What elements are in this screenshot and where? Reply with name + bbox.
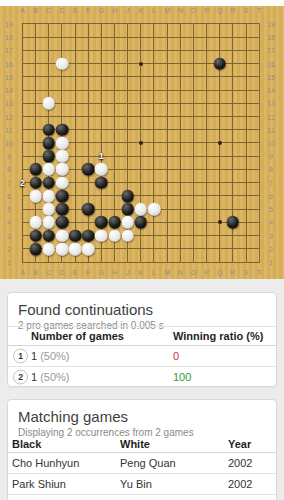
game-year: 2002 [228,478,252,490]
black-stone-D5 [56,203,69,216]
coord-letter-top: O [191,7,196,14]
game-white-player: Yu Bin [120,478,152,490]
white-stone-D10 [56,137,69,150]
board-gridline-vertical [180,23,181,261]
coord-letter-top: K [138,7,143,14]
continuation-badge: 1 [13,349,28,364]
found-continuations-title: Found continuations [8,293,276,318]
board-gridline-vertical [206,23,207,261]
coord-letter-top: G [99,7,104,14]
coord-number-left: 14 [5,87,13,94]
coord-number-left: 7 [7,179,11,186]
white-stone-L5 [148,203,161,216]
game-black-player: Cho Hunhyun [12,457,79,469]
continuation-games: 1 (50%) [31,371,70,383]
coord-letter-bottom: B [33,269,38,276]
coord-letter-bottom: O [191,269,196,276]
board-gridline-vertical [153,23,154,261]
col-winning-ratio: Winning ratio (%) [173,330,263,342]
coord-letter-bottom: E [73,269,78,276]
coord-number-right: 8 [269,166,273,173]
coord-letter-bottom: Q [217,269,222,276]
game-year: 2002 [228,457,252,469]
black-stone-C9 [42,150,55,163]
continuation-badge: 2 [13,370,28,385]
coord-letter-top: E [73,7,78,14]
white-stone-C13 [42,97,55,110]
coord-number-right: 12 [267,113,275,120]
coord-number-left: 12 [5,113,13,120]
white-stone-F2 [82,243,95,256]
star-point [218,220,222,224]
coord-letter-top: Q [217,7,222,14]
coord-number-right: 14 [267,87,275,94]
coord-number-left: 5 [7,206,11,213]
matching-games-panel: Matching games Displaying 2 occurrences … [7,399,277,500]
white-stone-E2 [69,243,82,256]
coord-number-right: 11 [267,126,274,133]
white-stone-J3 [121,229,134,242]
coord-number-right: 4 [269,219,273,226]
coord-letter-top: D [59,7,64,14]
coord-number-right: 18 [267,34,275,41]
continuations-header-row: Number of games Winning ratio (%) [8,326,276,346]
coord-number-right: 7 [269,179,273,186]
white-stone-B6 [29,190,42,203]
coord-number-left: 4 [7,219,11,226]
white-stone-J4 [121,216,134,229]
col-white: White [120,438,150,450]
continuation-ratio: 100 [173,371,191,383]
coord-letter-top: H [112,7,117,14]
coord-number-left: 15 [5,73,13,80]
coord-number-left: 10 [5,139,13,146]
board-gridline-vertical [246,23,247,261]
black-stone-F5 [82,203,95,216]
white-stone-C4 [42,216,55,229]
coord-letter-bottom: J [126,269,130,276]
board-gridline-vertical [193,23,194,261]
coord-number-left: 11 [5,126,12,133]
white-stone-C2 [42,243,55,256]
coord-letter-top: R [230,7,235,14]
black-stone-C11 [42,123,55,136]
black-stone-B2 [29,243,42,256]
coord-number-left: 2 [7,245,11,252]
coord-letter-bottom: L [152,269,156,276]
star-point [218,141,222,145]
black-stone-C7 [42,176,55,189]
continuation-row[interactable]: 21 (50%)100 [8,367,276,388]
coord-letter-bottom: F [86,269,90,276]
coord-number-right: 13 [267,100,275,107]
black-stone-R4 [227,216,240,229]
black-stone-J6 [121,190,134,203]
black-stone-C10 [42,137,55,150]
black-stone-K4 [135,216,148,229]
coord-letter-top: L [152,7,156,14]
coord-number-left: 8 [7,166,11,173]
black-stone-B7 [29,176,42,189]
coord-letter-top: P [204,7,209,14]
board-gridline-vertical [259,23,260,261]
coord-letter-bottom: G [99,269,104,276]
continuation-row[interactable]: 11 (50%)0 [8,346,276,367]
white-stone-B4 [29,216,42,229]
coord-letter-bottom: P [204,269,209,276]
coord-number-right: 10 [267,139,275,146]
white-stone-G3 [95,229,108,242]
star-point [139,62,143,66]
coord-number-right: 16 [267,60,275,67]
coord-letter-top: C [46,7,51,14]
white-stone-H3 [108,229,121,242]
coord-letter-bottom: T [257,269,261,276]
matching-header-row: Black White Year [8,435,276,453]
found-continuations-panel: Found continuations 2 pro games searched… [7,292,277,387]
white-stone-C5 [42,203,55,216]
coord-letter-bottom: D [59,269,64,276]
coord-letter-top: M [164,7,170,14]
coord-letter-bottom: S [244,269,249,276]
black-stone-E3 [69,229,82,242]
continuation-games-pct: (50%) [40,371,69,383]
white-stone-D7 [56,176,69,189]
col-number-of-games: Number of games [31,330,124,342]
black-stone-D6 [56,190,69,203]
coord-number-right: 9 [269,153,273,160]
black-stone-G4 [95,216,108,229]
coord-letter-bottom: C [46,269,51,276]
col-year: Year [228,438,251,450]
coord-letter-bottom: M [164,269,170,276]
coord-letter-bottom: R [230,269,235,276]
black-stone-G7 [95,176,108,189]
black-stone-F3 [82,229,95,242]
black-stone-C3 [42,229,55,242]
coord-number-left: 6 [7,192,11,199]
black-stone-H4 [108,216,121,229]
white-stone-D9 [56,150,69,163]
white-stone-C6 [42,190,55,203]
continuation-games: 1 (50%) [31,350,70,362]
coord-letter-top: T [257,7,261,14]
white-stone-C8 [42,163,55,176]
white-stone-K5 [135,203,148,216]
matching-game-row[interactable]: Park ShiunYu Bin2002 [8,474,276,495]
go-board[interactable]: AABBCCDDEEFFGGHHJJKKLLMMNNOOPPQQRRSSTT11… [0,6,284,279]
coord-letter-top: F [86,7,90,14]
coord-letter-bottom: H [112,269,117,276]
game-white-player: Peng Quan [120,457,176,469]
coord-number-right: 6 [269,192,273,199]
black-stone-Q16 [213,57,226,70]
coord-letter-top: A [20,7,25,14]
board-gridline-horizontal [22,262,260,263]
coord-letter-top: B [33,7,38,14]
coord-number-right: 15 [267,73,275,80]
coord-letter-bottom: A [20,269,25,276]
continuation-games-pct: (50%) [40,350,69,362]
coord-number-right: 5 [269,206,273,213]
white-stone-D2 [56,243,69,256]
black-stone-F8 [82,163,95,176]
white-stone-G8 [95,163,108,176]
coord-number-left: 13 [5,100,13,107]
black-stone-J5 [121,203,134,216]
matching-game-row[interactable]: Cho HunhyunPeng Quan2002 [8,453,276,474]
continuation-ratio: 0 [173,350,179,362]
game-black-player: Park Shiun [12,478,66,490]
coord-letter-top: N [178,7,183,14]
coord-letter-bottom: K [138,269,143,276]
board-gridline-vertical [167,23,168,261]
white-stone-D3 [56,229,69,242]
coord-letter-top: J [126,7,130,14]
coord-letter-bottom: N [178,269,183,276]
black-stone-D4 [56,216,69,229]
matching-games-title: Matching games [8,400,276,425]
continuation-label-2[interactable]: 2 [20,178,25,188]
white-stone-D16 [56,57,69,70]
star-point [139,141,143,145]
coord-letter-top: S [244,7,249,14]
coord-number-left: 17 [5,47,13,54]
coord-number-right: 1 [269,259,273,266]
coord-number-left: 19 [5,20,13,27]
white-stone-D8 [56,163,69,176]
coord-number-left: 1 [7,259,11,266]
black-stone-B8 [29,163,42,176]
continuation-label-1[interactable]: 1 [99,151,104,161]
coord-number-left: 9 [7,153,11,160]
coord-number-right: 19 [267,20,275,27]
coord-number-left: 16 [5,60,13,67]
coord-number-right: 17 [267,47,275,54]
black-stone-D11 [56,123,69,136]
col-black: Black [12,438,41,450]
black-stone-B3 [29,229,42,242]
coord-number-right: 3 [269,232,273,239]
coord-number-left: 3 [7,232,11,239]
coord-number-left: 18 [5,34,13,41]
coord-number-right: 2 [269,245,273,252]
